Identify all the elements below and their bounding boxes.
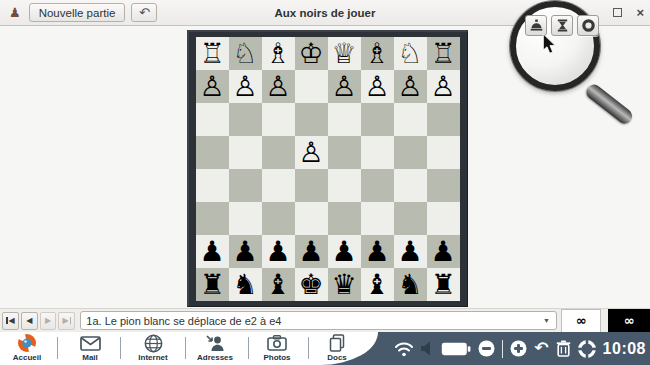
dock-item-photos[interactable]: Photos [253, 333, 301, 362]
square-f1[interactable]: ♗ [262, 37, 295, 70]
mouse-cursor [542, 34, 557, 55]
dock-item-accueil[interactable]: Accueil [3, 333, 51, 362]
black-rook: ♜ [430, 268, 455, 301]
square-a1[interactable]: ♖ [427, 37, 460, 70]
square-h6[interactable] [196, 202, 229, 235]
square-e7[interactable]: ♟ [295, 235, 328, 268]
black-pawn: ♟ [364, 235, 389, 268]
white-queen: ♕ [331, 37, 356, 70]
square-g6[interactable] [229, 202, 262, 235]
square-b5[interactable] [394, 169, 427, 202]
square-a6[interactable] [427, 202, 460, 235]
maximize-icon[interactable] [613, 8, 622, 17]
magnifier-handle [583, 82, 635, 127]
white-rook: ♖ [199, 37, 224, 70]
square-h7[interactable]: ♟ [196, 235, 229, 268]
square-b7[interactable]: ♟ [394, 235, 427, 268]
white-knight: ♘ [397, 37, 422, 70]
new-game-button[interactable]: Nouvelle partie [29, 3, 126, 22]
move-description: 1a. Le pion blanc se déplace de e2 à e4 [86, 315, 281, 327]
white-bishop: ♗ [265, 37, 290, 70]
square-c2[interactable]: ♙ [361, 70, 394, 103]
white-pawn: ♙ [364, 70, 389, 103]
square-c5[interactable] [361, 169, 394, 202]
square-h3[interactable] [196, 103, 229, 136]
square-e8[interactable]: ♚ [295, 268, 328, 301]
chevron-down-icon: ▼ [543, 317, 550, 324]
next-move-button[interactable]: ▶ [40, 312, 57, 330]
square-f2[interactable]: ♙ [262, 70, 295, 103]
white-pawn: ♙ [397, 70, 422, 103]
dock-item-internet[interactable]: Internet [129, 333, 177, 362]
black-king: ♚ [298, 268, 323, 301]
square-e5[interactable] [295, 169, 328, 202]
square-d2[interactable]: ♙ [328, 70, 361, 103]
square-d8[interactable]: ♛ [328, 268, 361, 301]
ring-icon [581, 18, 596, 33]
black-pawn: ♟ [331, 235, 356, 268]
square-b4[interactable] [394, 136, 427, 169]
square-g8[interactable]: ♞ [229, 268, 262, 301]
square-g5[interactable] [229, 169, 262, 202]
white-pawn: ♙ [265, 70, 290, 103]
zoom-in-button[interactable] [510, 340, 527, 357]
square-h1[interactable]: ♖ [196, 37, 229, 70]
white-pawn: ♙ [430, 70, 455, 103]
white-pawn: ♙ [199, 70, 224, 103]
dock-item-mail[interactable]: Mail [66, 333, 114, 362]
square-e3[interactable] [295, 103, 328, 136]
square-f7[interactable]: ♟ [262, 235, 295, 268]
square-f8[interactable]: ♝ [262, 268, 295, 301]
black-pawn: ♟ [397, 235, 422, 268]
zoom-out-button[interactable] [478, 340, 495, 357]
square-d6[interactable] [328, 202, 361, 235]
square-b3[interactable] [394, 103, 427, 136]
square-c6[interactable] [361, 202, 394, 235]
black-pawn: ♟ [430, 235, 455, 268]
tray-divider [502, 340, 503, 358]
move-history-dropdown[interactable]: 1a. Le pion blanc se déplace de e2 à e4 … [80, 311, 557, 330]
contact-person-icon [191, 333, 239, 353]
trash-icon[interactable] [556, 340, 571, 357]
square-e6[interactable] [295, 202, 328, 235]
square-h5[interactable] [196, 169, 229, 202]
square-a4[interactable] [427, 136, 460, 169]
black-pawn: ♟ [199, 235, 224, 268]
square-g4[interactable] [229, 136, 262, 169]
app-pawn-icon: ♟ [9, 6, 21, 19]
square-g2[interactable]: ♙ [229, 70, 262, 103]
move-navigation-bar: ◀ ◀ ▶ ▶ 1a. Le pion blanc se déplace de … [0, 308, 650, 332]
square-b1[interactable]: ♘ [394, 37, 427, 70]
square-c3[interactable] [361, 103, 394, 136]
square-c7[interactable]: ♟ [361, 235, 394, 268]
square-e2[interactable] [295, 70, 328, 103]
black-bishop: ♝ [265, 268, 290, 301]
square-c1[interactable]: ♗ [361, 37, 394, 70]
square-f6[interactable] [262, 202, 295, 235]
square-a5[interactable] [427, 169, 460, 202]
black-bishop: ♝ [364, 268, 389, 301]
black-queen: ♛ [331, 268, 356, 301]
square-d4[interactable] [328, 136, 361, 169]
first-move-button[interactable]: ◀ [2, 312, 19, 330]
square-a3[interactable] [427, 103, 460, 136]
square-h2[interactable]: ♙ [196, 70, 229, 103]
battery-icon[interactable] [441, 342, 471, 356]
documents-icon [313, 333, 361, 353]
square-g7[interactable]: ♟ [229, 235, 262, 268]
globe-icon [129, 333, 177, 353]
lamp-dome-icon [529, 18, 544, 33]
previous-move-button[interactable]: ◀ [21, 312, 38, 330]
chess-board-frame: ♖♘♗♔♕♗♘♖♙♙♙♙♙♙♙♙♟♟♟♟♟♟♟♟♜♞♝♚♛♝♞♜ [187, 30, 468, 307]
envelope-icon [66, 333, 114, 353]
square-f5[interactable] [262, 169, 295, 202]
window-controls: × [613, 0, 644, 25]
dock: Accueil Mail [0, 332, 650, 365]
square-a8[interactable]: ♜ [427, 268, 460, 301]
square-g1[interactable]: ♘ [229, 37, 262, 70]
undo-tray-icon[interactable]: ↶ [534, 341, 548, 356]
help-lifering-icon[interactable] [578, 340, 596, 358]
magnified-hourglass-button[interactable] [551, 15, 573, 36]
chess-board: ♖♘♗♔♕♗♘♖♙♙♙♙♙♙♙♙♟♟♟♟♟♟♟♟♜♞♝♚♛♝♞♜ [196, 37, 460, 301]
square-b6[interactable] [394, 202, 427, 235]
square-b8[interactable]: ♞ [394, 268, 427, 301]
dock-divider [185, 337, 186, 359]
square-f4[interactable] [262, 136, 295, 169]
square-d7[interactable]: ♟ [328, 235, 361, 268]
square-g3[interactable] [229, 103, 262, 136]
chess-app-screen: ♟ Nouvelle partie ↶ Aux noirs de jouer ×… [0, 0, 650, 365]
square-c4[interactable] [361, 136, 394, 169]
white-knight: ♘ [232, 37, 257, 70]
square-d1[interactable]: ♕ [328, 37, 361, 70]
magnified-lamp-button[interactable] [525, 15, 547, 36]
square-a7[interactable]: ♟ [427, 235, 460, 268]
dock-divider [120, 337, 121, 359]
clock-time: 10:08 [603, 340, 646, 358]
system-tray: ↶ 10:08 [394, 332, 646, 365]
camera-icon [253, 333, 301, 353]
square-c8[interactable]: ♝ [361, 268, 394, 301]
dock-divider [248, 337, 249, 359]
square-b2[interactable]: ♙ [394, 70, 427, 103]
white-pawn: ♙ [331, 70, 356, 103]
black-pawn: ♟ [265, 235, 290, 268]
black-knight: ♞ [397, 268, 422, 301]
white-king: ♔ [298, 37, 323, 70]
hourglass-icon [555, 18, 570, 33]
black-pawn: ♟ [232, 235, 257, 268]
magnified-ring-button[interactable] [577, 15, 599, 36]
square-d3[interactable] [328, 103, 361, 136]
home-logo-icon [3, 333, 51, 353]
speaker-muted-icon[interactable] [421, 341, 434, 356]
dock-divider [57, 337, 58, 359]
last-move-button[interactable]: ▶ [58, 312, 75, 330]
square-a2[interactable]: ♙ [427, 70, 460, 103]
white-bishop: ♗ [364, 37, 389, 70]
black-clock: ∞ [608, 309, 650, 333]
white-clock: ∞ [561, 309, 602, 333]
square-d5[interactable] [328, 169, 361, 202]
white-pawn: ♙ [298, 136, 323, 169]
white-rook: ♖ [430, 37, 455, 70]
dock-item-docs[interactable]: Docs [313, 333, 361, 362]
square-h4[interactable] [196, 136, 229, 169]
black-rook: ♜ [199, 268, 224, 301]
square-e1[interactable]: ♔ [295, 37, 328, 70]
undo-icon: ↶ [139, 5, 150, 20]
white-pawn: ♙ [232, 70, 257, 103]
black-knight: ♞ [232, 268, 257, 301]
close-icon[interactable]: × [636, 6, 644, 19]
square-h8[interactable]: ♜ [196, 268, 229, 301]
square-f3[interactable] [262, 103, 295, 136]
dock-divider [308, 337, 309, 359]
wifi-icon[interactable] [394, 341, 414, 357]
square-e4[interactable]: ♙ [295, 136, 328, 169]
undo-move-button[interactable]: ↶ [131, 3, 157, 22]
magnified-toolbar-buttons [525, 15, 599, 36]
black-pawn: ♟ [298, 235, 323, 268]
dock-item-adresses[interactable]: Adresses [191, 333, 239, 362]
